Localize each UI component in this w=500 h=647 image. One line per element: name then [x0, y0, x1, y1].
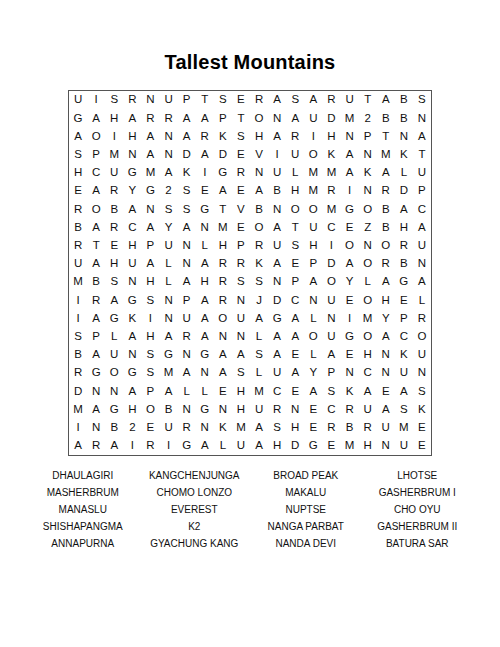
grid-cell-r2c2[interactable]: A: [87, 109, 105, 127]
grid-cell-r18c17[interactable]: U: [359, 400, 377, 418]
grid-cell-r4c10[interactable]: E: [232, 146, 250, 164]
grid-cell-r18c20[interactable]: K: [413, 400, 431, 418]
grid-cell-r13c14[interactable]: L: [304, 309, 322, 327]
grid-cell-r7c5[interactable]: N: [141, 200, 159, 218]
grid-cell-r16c15[interactable]: P: [322, 364, 340, 382]
grid-cell-r7c7[interactable]: S: [178, 200, 196, 218]
grid-cell-r13c11[interactable]: A: [250, 309, 268, 327]
grid-cell-r20c14[interactable]: G: [304, 437, 322, 455]
grid-cell-r6c2[interactable]: A: [87, 182, 105, 200]
grid-cell-r8c14[interactable]: U: [304, 218, 322, 236]
grid-cell-r20c1[interactable]: A: [69, 437, 87, 455]
grid-cell-r11c5[interactable]: H: [141, 273, 159, 291]
grid-cell-r9c3[interactable]: E: [105, 237, 123, 255]
grid-cell-r14c17[interactable]: O: [359, 328, 377, 346]
grid-cell-r2c8[interactable]: A: [196, 109, 214, 127]
grid-cell-r3c6[interactable]: N: [160, 127, 178, 145]
grid-cell-r19c15[interactable]: R: [322, 419, 340, 437]
grid-cell-r9c6[interactable]: U: [160, 237, 178, 255]
grid-cell-r2c10[interactable]: T: [232, 109, 250, 127]
grid-cell-r19c2[interactable]: N: [87, 419, 105, 437]
grid-cell-r4c17[interactable]: N: [359, 146, 377, 164]
grid-cell-r6c7[interactable]: S: [178, 182, 196, 200]
grid-cell-r13c19[interactable]: P: [395, 309, 413, 327]
grid-cell-r20c9[interactable]: L: [214, 437, 232, 455]
grid-cell-r16c11[interactable]: L: [250, 364, 268, 382]
grid-cell-r18c8[interactable]: G: [196, 400, 214, 418]
grid-cell-r17c3[interactable]: N: [105, 382, 123, 400]
grid-cell-r5c15[interactable]: M: [322, 164, 340, 182]
grid-cell-r2c15[interactable]: D: [322, 109, 340, 127]
grid-cell-r15c6[interactable]: G: [160, 346, 178, 364]
grid-cell-r3c4[interactable]: H: [123, 127, 141, 145]
grid-cell-r12c12[interactable]: D: [268, 291, 286, 309]
grid-cell-r3c13[interactable]: R: [286, 127, 304, 145]
grid-cell-r10c13[interactable]: E: [286, 255, 304, 273]
grid-cell-r10c12[interactable]: A: [268, 255, 286, 273]
grid-cell-r7c11[interactable]: B: [250, 200, 268, 218]
grid-cell-r19c3[interactable]: B: [105, 419, 123, 437]
grid-cell-r9c17[interactable]: N: [359, 237, 377, 255]
grid-cell-r14c11[interactable]: L: [250, 328, 268, 346]
grid-cell-r18c5[interactable]: O: [141, 400, 159, 418]
grid-cell-r11c6[interactable]: L: [160, 273, 178, 291]
grid-cell-r19c1[interactable]: I: [69, 419, 87, 437]
grid-cell-r10c14[interactable]: P: [304, 255, 322, 273]
grid-cell-r17c1[interactable]: D: [69, 382, 87, 400]
grid-cell-r18c12[interactable]: R: [268, 400, 286, 418]
grid-cell-r20c6[interactable]: I: [160, 437, 178, 455]
grid-cell-r17c6[interactable]: A: [160, 382, 178, 400]
grid-cell-r11c9[interactable]: R: [214, 273, 232, 291]
grid-cell-r17c20[interactable]: S: [413, 382, 431, 400]
grid-cell-r13c12[interactable]: G: [268, 309, 286, 327]
grid-cell-r3c17[interactable]: P: [359, 127, 377, 145]
grid-cell-r13c3[interactable]: G: [105, 309, 123, 327]
grid-cell-r1c2[interactable]: I: [87, 91, 105, 109]
grid-cell-r11c13[interactable]: P: [286, 273, 304, 291]
grid-cell-r7c2[interactable]: O: [87, 200, 105, 218]
grid-cell-r8c1[interactable]: B: [69, 218, 87, 236]
grid-cell-r7c8[interactable]: G: [196, 200, 214, 218]
grid-cell-r10c20[interactable]: N: [413, 255, 431, 273]
grid-cell-r14c6[interactable]: A: [160, 328, 178, 346]
grid-cell-r8c8[interactable]: N: [196, 218, 214, 236]
grid-cell-r5c10[interactable]: R: [232, 164, 250, 182]
grid-cell-r15c1[interactable]: B: [69, 346, 87, 364]
grid-cell-r15c4[interactable]: N: [123, 346, 141, 364]
grid-cell-r15c8[interactable]: G: [196, 346, 214, 364]
grid-cell-r7c18[interactable]: B: [377, 200, 395, 218]
grid-cell-r9c15[interactable]: I: [322, 237, 340, 255]
grid-cell-r8c11[interactable]: O: [250, 218, 268, 236]
grid-cell-r19c5[interactable]: E: [141, 419, 159, 437]
grid-cell-r1c18[interactable]: A: [377, 91, 395, 109]
grid-cell-r19c18[interactable]: U: [377, 419, 395, 437]
grid-cell-r4c20[interactable]: T: [413, 146, 431, 164]
grid-cell-r4c12[interactable]: I: [268, 146, 286, 164]
grid-cell-r4c14[interactable]: O: [304, 146, 322, 164]
grid-cell-r4c3[interactable]: M: [105, 146, 123, 164]
grid-cell-r1c12[interactable]: A: [268, 91, 286, 109]
grid-cell-r2c4[interactable]: A: [123, 109, 141, 127]
grid-cell-r4c4[interactable]: N: [123, 146, 141, 164]
grid-cell-r20c10[interactable]: U: [232, 437, 250, 455]
grid-cell-r20c17[interactable]: H: [359, 437, 377, 455]
grid-cell-r1c5[interactable]: N: [141, 91, 159, 109]
grid-cell-r4c15[interactable]: K: [322, 146, 340, 164]
grid-cell-r2c20[interactable]: N: [413, 109, 431, 127]
grid-cell-r17c7[interactable]: L: [178, 382, 196, 400]
grid-cell-r5c13[interactable]: L: [286, 164, 304, 182]
grid-cell-r9c20[interactable]: U: [413, 237, 431, 255]
grid-cell-r6c9[interactable]: A: [214, 182, 232, 200]
grid-cell-r9c11[interactable]: R: [250, 237, 268, 255]
grid-cell-r17c19[interactable]: A: [395, 382, 413, 400]
grid-cell-r1c7[interactable]: P: [178, 91, 196, 109]
grid-cell-r9c5[interactable]: P: [141, 237, 159, 255]
grid-cell-r3c1[interactable]: A: [69, 127, 87, 145]
grid-cell-r5c11[interactable]: N: [250, 164, 268, 182]
grid-cell-r4c11[interactable]: V: [250, 146, 268, 164]
grid-cell-r12c4[interactable]: G: [123, 291, 141, 309]
grid-cell-r19c6[interactable]: U: [160, 419, 178, 437]
grid-cell-r14c5[interactable]: H: [141, 328, 159, 346]
grid-cell-r1c3[interactable]: S: [105, 91, 123, 109]
grid-cell-r13c4[interactable]: K: [123, 309, 141, 327]
grid-cell-r18c16[interactable]: R: [341, 400, 359, 418]
grid-cell-r15c17[interactable]: H: [359, 346, 377, 364]
grid-cell-r2c9[interactable]: P: [214, 109, 232, 127]
grid-cell-r16c1[interactable]: R: [69, 364, 87, 382]
grid-cell-r18c2[interactable]: A: [87, 400, 105, 418]
grid-cell-r2c3[interactable]: H: [105, 109, 123, 127]
grid-cell-r14c8[interactable]: A: [196, 328, 214, 346]
grid-cell-r3c16[interactable]: N: [341, 127, 359, 145]
grid-cell-r15c9[interactable]: A: [214, 346, 232, 364]
grid-cell-r7c16[interactable]: G: [341, 200, 359, 218]
grid-cell-r9c13[interactable]: S: [286, 237, 304, 255]
grid-cell-r16c10[interactable]: S: [232, 364, 250, 382]
grid-cell-r1c10[interactable]: E: [232, 91, 250, 109]
grid-cell-r7c4[interactable]: A: [123, 200, 141, 218]
grid-cell-r15c13[interactable]: E: [286, 346, 304, 364]
grid-cell-r13c17[interactable]: M: [359, 309, 377, 327]
grid-cell-r10c4[interactable]: U: [123, 255, 141, 273]
grid-cell-r16c5[interactable]: S: [141, 364, 159, 382]
grid-cell-r12c14[interactable]: N: [304, 291, 322, 309]
grid-cell-r4c5[interactable]: A: [141, 146, 159, 164]
grid-cell-r14c19[interactable]: C: [395, 328, 413, 346]
grid-cell-r15c7[interactable]: N: [178, 346, 196, 364]
grid-cell-r13c7[interactable]: U: [178, 309, 196, 327]
grid-cell-r14c16[interactable]: G: [341, 328, 359, 346]
grid-cell-r12c2[interactable]: R: [87, 291, 105, 309]
grid-cell-r18c1[interactable]: M: [69, 400, 87, 418]
grid-cell-r5c3[interactable]: U: [105, 164, 123, 182]
grid-cell-r7c13[interactable]: O: [286, 200, 304, 218]
grid-cell-r19c10[interactable]: M: [232, 419, 250, 437]
grid-cell-r1c19[interactable]: B: [395, 91, 413, 109]
grid-cell-r20c4[interactable]: I: [123, 437, 141, 455]
grid-cell-r18c14[interactable]: E: [304, 400, 322, 418]
grid-cell-r20c5[interactable]: R: [141, 437, 159, 455]
grid-cell-r7c1[interactable]: R: [69, 200, 87, 218]
grid-cell-r10c15[interactable]: D: [322, 255, 340, 273]
grid-cell-r20c7[interactable]: G: [178, 437, 196, 455]
grid-cell-r18c11[interactable]: U: [250, 400, 268, 418]
grid-cell-r17c8[interactable]: L: [196, 382, 214, 400]
grid-cell-r17c10[interactable]: H: [232, 382, 250, 400]
grid-cell-r7c9[interactable]: T: [214, 200, 232, 218]
grid-cell-r1c20[interactable]: S: [413, 91, 431, 109]
grid-cell-r1c16[interactable]: U: [341, 91, 359, 109]
grid-cell-r8c9[interactable]: M: [214, 218, 232, 236]
grid-cell-r9c10[interactable]: P: [232, 237, 250, 255]
grid-cell-r5c5[interactable]: M: [141, 164, 159, 182]
grid-cell-r11c12[interactable]: N: [268, 273, 286, 291]
grid-cell-r16c16[interactable]: N: [341, 364, 359, 382]
grid-cell-r14c13[interactable]: A: [286, 328, 304, 346]
grid-cell-r20c2[interactable]: R: [87, 437, 105, 455]
grid-cell-r1c4[interactable]: R: [123, 91, 141, 109]
grid-cell-r19c16[interactable]: B: [341, 419, 359, 437]
grid-cell-r6c5[interactable]: G: [141, 182, 159, 200]
grid-cell-r9c19[interactable]: R: [395, 237, 413, 255]
grid-cell-r17c5[interactable]: P: [141, 382, 159, 400]
grid-cell-r3c19[interactable]: N: [395, 127, 413, 145]
grid-cell-r1c14[interactable]: A: [304, 91, 322, 109]
grid-cell-r3c8[interactable]: R: [196, 127, 214, 145]
grid-cell-r12c13[interactable]: C: [286, 291, 304, 309]
grid-cell-r20c16[interactable]: M: [341, 437, 359, 455]
grid-cell-r13c20[interactable]: R: [413, 309, 431, 327]
grid-cell-r6c17[interactable]: N: [359, 182, 377, 200]
grid-cell-r5c17[interactable]: K: [359, 164, 377, 182]
grid-cell-r20c20[interactable]: E: [413, 437, 431, 455]
grid-cell-r11c11[interactable]: S: [250, 273, 268, 291]
grid-cell-r15c20[interactable]: U: [413, 346, 431, 364]
grid-cell-r2c11[interactable]: O: [250, 109, 268, 127]
grid-cell-r11c15[interactable]: O: [322, 273, 340, 291]
grid-cell-r12c15[interactable]: U: [322, 291, 340, 309]
grid-cell-r2c12[interactable]: N: [268, 109, 286, 127]
grid-cell-r8c4[interactable]: C: [123, 218, 141, 236]
grid-cell-r4c1[interactable]: S: [69, 146, 87, 164]
grid-cell-r15c2[interactable]: A: [87, 346, 105, 364]
grid-cell-r2c19[interactable]: B: [395, 109, 413, 127]
grid-cell-r14c4[interactable]: A: [123, 328, 141, 346]
grid-cell-r5c8[interactable]: I: [196, 164, 214, 182]
grid-cell-r16c12[interactable]: U: [268, 364, 286, 382]
grid-cell-r4c13[interactable]: U: [286, 146, 304, 164]
grid-cell-r10c7[interactable]: N: [178, 255, 196, 273]
grid-cell-r16c7[interactable]: A: [178, 364, 196, 382]
grid-cell-r16c14[interactable]: Y: [304, 364, 322, 382]
grid-cell-r6c19[interactable]: D: [395, 182, 413, 200]
grid-cell-r16c9[interactable]: A: [214, 364, 232, 382]
grid-cell-r15c16[interactable]: E: [341, 346, 359, 364]
grid-cell-r10c16[interactable]: A: [341, 255, 359, 273]
grid-cell-r20c11[interactable]: A: [250, 437, 268, 455]
grid-cell-r6c20[interactable]: P: [413, 182, 431, 200]
grid-cell-r12c3[interactable]: A: [105, 291, 123, 309]
grid-cell-r5c14[interactable]: M: [304, 164, 322, 182]
grid-cell-r14c20[interactable]: O: [413, 328, 431, 346]
grid-cell-r7c19[interactable]: A: [395, 200, 413, 218]
grid-cell-r11c7[interactable]: A: [178, 273, 196, 291]
grid-cell-r16c13[interactable]: A: [286, 364, 304, 382]
grid-cell-r12c17[interactable]: O: [359, 291, 377, 309]
grid-cell-r14c3[interactable]: L: [105, 328, 123, 346]
grid-cell-r3c12[interactable]: A: [268, 127, 286, 145]
grid-cell-r14c10[interactable]: N: [232, 328, 250, 346]
grid-cell-r3c2[interactable]: O: [87, 127, 105, 145]
grid-cell-r17c16[interactable]: K: [341, 382, 359, 400]
grid-cell-r11c10[interactable]: S: [232, 273, 250, 291]
grid-cell-r6c14[interactable]: M: [304, 182, 322, 200]
grid-cell-r12c8[interactable]: A: [196, 291, 214, 309]
grid-cell-r14c2[interactable]: P: [87, 328, 105, 346]
grid-cell-r8c6[interactable]: Y: [160, 218, 178, 236]
grid-cell-r13c9[interactable]: O: [214, 309, 232, 327]
grid-cell-r9c12[interactable]: U: [268, 237, 286, 255]
grid-cell-r18c7[interactable]: N: [178, 400, 196, 418]
grid-cell-r3c18[interactable]: T: [377, 127, 395, 145]
grid-cell-r18c18[interactable]: A: [377, 400, 395, 418]
grid-cell-r16c8[interactable]: N: [196, 364, 214, 382]
grid-cell-r19c9[interactable]: K: [214, 419, 232, 437]
grid-cell-r6c16[interactable]: I: [341, 182, 359, 200]
grid-cell-r17c18[interactable]: E: [377, 382, 395, 400]
grid-cell-r11c18[interactable]: A: [377, 273, 395, 291]
grid-cell-r12c9[interactable]: R: [214, 291, 232, 309]
grid-cell-r14c12[interactable]: A: [268, 328, 286, 346]
grid-cell-r9c14[interactable]: H: [304, 237, 322, 255]
grid-cell-r2c18[interactable]: B: [377, 109, 395, 127]
grid-cell-r19c7[interactable]: R: [178, 419, 196, 437]
grid-cell-r1c8[interactable]: T: [196, 91, 214, 109]
grid-cell-r3c9[interactable]: K: [214, 127, 232, 145]
grid-cell-r19c12[interactable]: S: [268, 419, 286, 437]
grid-cell-r16c18[interactable]: N: [377, 364, 395, 382]
grid-cell-r10c9[interactable]: R: [214, 255, 232, 273]
grid-cell-r10c11[interactable]: K: [250, 255, 268, 273]
grid-cell-r2c5[interactable]: R: [141, 109, 159, 127]
grid-cell-r19c20[interactable]: E: [413, 419, 431, 437]
grid-cell-r8c16[interactable]: E: [341, 218, 359, 236]
grid-cell-r20c13[interactable]: D: [286, 437, 304, 455]
grid-cell-r4c6[interactable]: N: [160, 146, 178, 164]
grid-cell-r17c13[interactable]: E: [286, 382, 304, 400]
grid-cell-r2c1[interactable]: G: [69, 109, 87, 127]
grid-cell-r17c12[interactable]: C: [268, 382, 286, 400]
grid-cell-r16c17[interactable]: C: [359, 364, 377, 382]
grid-cell-r19c8[interactable]: N: [196, 419, 214, 437]
grid-cell-r12c18[interactable]: H: [377, 291, 395, 309]
grid-cell-r4c9[interactable]: D: [214, 146, 232, 164]
grid-cell-r2c7[interactable]: A: [178, 109, 196, 127]
grid-cell-r7c17[interactable]: O: [359, 200, 377, 218]
grid-cell-r13c5[interactable]: I: [141, 309, 159, 327]
grid-cell-r1c11[interactable]: R: [250, 91, 268, 109]
grid-cell-r15c15[interactable]: A: [322, 346, 340, 364]
grid-cell-r13c6[interactable]: N: [160, 309, 178, 327]
grid-cell-r1c15[interactable]: R: [322, 91, 340, 109]
grid-cell-r13c1[interactable]: I: [69, 309, 87, 327]
grid-cell-r2c6[interactable]: R: [160, 109, 178, 127]
grid-cell-r9c8[interactable]: L: [196, 237, 214, 255]
grid-cell-r8c13[interactable]: T: [286, 218, 304, 236]
grid-cell-r14c14[interactable]: O: [304, 328, 322, 346]
grid-cell-r19c13[interactable]: H: [286, 419, 304, 437]
grid-cell-r11c1[interactable]: M: [69, 273, 87, 291]
grid-cell-r11c16[interactable]: Y: [341, 273, 359, 291]
grid-cell-r13c18[interactable]: Y: [377, 309, 395, 327]
grid-cell-r19c11[interactable]: A: [250, 419, 268, 437]
grid-cell-r13c10[interactable]: U: [232, 309, 250, 327]
grid-cell-r5c6[interactable]: A: [160, 164, 178, 182]
grid-cell-r12c1[interactable]: I: [69, 291, 87, 309]
grid-cell-r5c2[interactable]: C: [87, 164, 105, 182]
grid-cell-r15c14[interactable]: L: [304, 346, 322, 364]
grid-cell-r8c12[interactable]: A: [268, 218, 286, 236]
grid-cell-r10c17[interactable]: O: [359, 255, 377, 273]
grid-cell-r5c19[interactable]: L: [395, 164, 413, 182]
grid-cell-r3c11[interactable]: H: [250, 127, 268, 145]
grid-cell-r10c3[interactable]: H: [105, 255, 123, 273]
grid-cell-r18c10[interactable]: H: [232, 400, 250, 418]
grid-cell-r19c4[interactable]: 2: [123, 419, 141, 437]
grid-cell-r18c13[interactable]: N: [286, 400, 304, 418]
grid-cell-r7c6[interactable]: S: [160, 200, 178, 218]
grid-cell-r4c2[interactable]: P: [87, 146, 105, 164]
grid-cell-r9c4[interactable]: H: [123, 237, 141, 255]
grid-cell-r9c2[interactable]: T: [87, 237, 105, 255]
grid-cell-r17c15[interactable]: S: [322, 382, 340, 400]
grid-cell-r6c13[interactable]: H: [286, 182, 304, 200]
grid-cell-r15c19[interactable]: K: [395, 346, 413, 364]
grid-cell-r8c2[interactable]: A: [87, 218, 105, 236]
grid-cell-r14c1[interactable]: S: [69, 328, 87, 346]
grid-cell-r18c9[interactable]: N: [214, 400, 232, 418]
grid-cell-r1c13[interactable]: S: [286, 91, 304, 109]
grid-cell-r14c7[interactable]: R: [178, 328, 196, 346]
grid-cell-r20c15[interactable]: E: [322, 437, 340, 455]
grid-cell-r10c8[interactable]: A: [196, 255, 214, 273]
grid-cell-r4c19[interactable]: K: [395, 146, 413, 164]
grid-cell-r13c13[interactable]: A: [286, 309, 304, 327]
grid-cell-r20c12[interactable]: H: [268, 437, 286, 455]
grid-cell-r6c6[interactable]: 2: [160, 182, 178, 200]
grid-cell-r20c3[interactable]: A: [105, 437, 123, 455]
grid-cell-r19c19[interactable]: M: [395, 419, 413, 437]
grid-cell-r16c4[interactable]: G: [123, 364, 141, 382]
grid-cell-r8c10[interactable]: E: [232, 218, 250, 236]
grid-cell-r8c18[interactable]: B: [377, 218, 395, 236]
grid-cell-r16c19[interactable]: U: [395, 364, 413, 382]
grid-cell-r7c15[interactable]: M: [322, 200, 340, 218]
grid-cell-r2c16[interactable]: M: [341, 109, 359, 127]
grid-cell-r11c8[interactable]: H: [196, 273, 214, 291]
grid-cell-r3c14[interactable]: I: [304, 127, 322, 145]
grid-cell-r18c3[interactable]: G: [105, 400, 123, 418]
grid-cell-r17c17[interactable]: A: [359, 382, 377, 400]
grid-cell-r15c3[interactable]: U: [105, 346, 123, 364]
grid-cell-r15c5[interactable]: S: [141, 346, 159, 364]
grid-cell-r7c10[interactable]: V: [232, 200, 250, 218]
grid-cell-r12c16[interactable]: E: [341, 291, 359, 309]
